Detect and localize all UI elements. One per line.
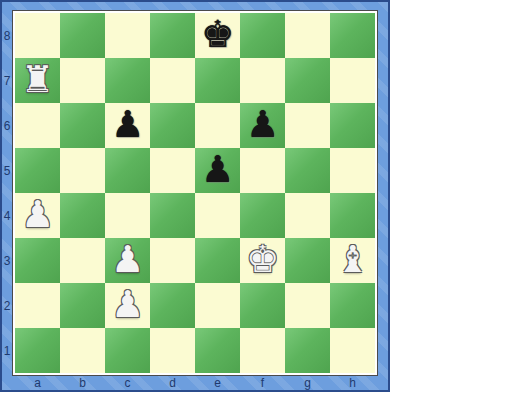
board-frame: ♚♜♟♟♟♟♟♚♝♟	[12, 10, 378, 376]
square-g5[interactable]	[285, 148, 330, 193]
square-h6[interactable]	[330, 103, 375, 148]
square-e7[interactable]	[195, 58, 240, 103]
square-d1[interactable]	[150, 328, 195, 373]
rank-label-6: 6	[2, 103, 12, 148]
square-b5[interactable]	[60, 148, 105, 193]
square-h4[interactable]	[330, 193, 375, 238]
square-c6[interactable]: ♟	[105, 103, 150, 148]
square-a5[interactable]	[15, 148, 60, 193]
square-d4[interactable]	[150, 193, 195, 238]
chess-board-widget: 87654321 ♚♜♟♟♟♟♟♚♝♟ abcdefgh	[0, 0, 390, 392]
square-d5[interactable]	[150, 148, 195, 193]
square-b1[interactable]	[60, 328, 105, 373]
square-h7[interactable]	[330, 58, 375, 103]
square-d6[interactable]	[150, 103, 195, 148]
square-c1[interactable]	[105, 328, 150, 373]
rank-labels: 87654321	[2, 13, 12, 373]
rank-label-4: 4	[2, 193, 12, 238]
square-e5[interactable]: ♟	[195, 148, 240, 193]
square-a7[interactable]: ♜	[15, 58, 60, 103]
file-label-g: g	[285, 376, 330, 390]
rank-label-3: 3	[2, 238, 12, 283]
square-c5[interactable]	[105, 148, 150, 193]
square-c2[interactable]: ♟	[105, 283, 150, 328]
square-c4[interactable]	[105, 193, 150, 238]
square-f2[interactable]	[240, 283, 285, 328]
square-g2[interactable]	[285, 283, 330, 328]
piece-white-pawn[interactable]: ♟	[111, 238, 144, 282]
square-c8[interactable]	[105, 13, 150, 58]
square-d3[interactable]	[150, 238, 195, 283]
square-e6[interactable]	[195, 103, 240, 148]
square-g4[interactable]	[285, 193, 330, 238]
square-f8[interactable]	[240, 13, 285, 58]
rank-label-8: 8	[2, 13, 12, 58]
square-e2[interactable]	[195, 283, 240, 328]
file-label-b: b	[60, 376, 105, 390]
square-b6[interactable]	[60, 103, 105, 148]
square-h3[interactable]: ♝	[330, 238, 375, 283]
square-g8[interactable]	[285, 13, 330, 58]
square-h5[interactable]	[330, 148, 375, 193]
square-b4[interactable]	[60, 193, 105, 238]
piece-white-bishop[interactable]: ♝	[336, 238, 369, 282]
piece-black-pawn[interactable]: ♟	[111, 103, 144, 147]
rank-label-1: 1	[2, 328, 12, 373]
square-b3[interactable]	[60, 238, 105, 283]
piece-white-king[interactable]: ♚	[246, 238, 279, 282]
square-a1[interactable]	[15, 328, 60, 373]
square-a3[interactable]	[15, 238, 60, 283]
file-label-f: f	[240, 376, 285, 390]
piece-black-pawn[interactable]: ♟	[246, 103, 279, 147]
square-h8[interactable]	[330, 13, 375, 58]
square-f1[interactable]	[240, 328, 285, 373]
file-label-d: d	[150, 376, 195, 390]
rank-label-7: 7	[2, 58, 12, 103]
square-f7[interactable]	[240, 58, 285, 103]
square-g1[interactable]	[285, 328, 330, 373]
square-d8[interactable]	[150, 13, 195, 58]
square-a8[interactable]	[15, 13, 60, 58]
square-g6[interactable]	[285, 103, 330, 148]
file-label-c: c	[105, 376, 150, 390]
piece-black-pawn[interactable]: ♟	[201, 148, 234, 192]
square-h2[interactable]	[330, 283, 375, 328]
square-b7[interactable]	[60, 58, 105, 103]
piece-white-pawn[interactable]: ♟	[21, 193, 54, 237]
piece-white-rook[interactable]: ♜	[21, 58, 54, 102]
rank-label-2: 2	[2, 283, 12, 328]
square-b8[interactable]	[60, 13, 105, 58]
square-c3[interactable]: ♟	[105, 238, 150, 283]
square-g7[interactable]	[285, 58, 330, 103]
square-f5[interactable]	[240, 148, 285, 193]
square-f3[interactable]: ♚	[240, 238, 285, 283]
square-e8[interactable]: ♚	[195, 13, 240, 58]
square-f6[interactable]: ♟	[240, 103, 285, 148]
piece-black-king[interactable]: ♚	[201, 13, 234, 57]
square-e4[interactable]	[195, 193, 240, 238]
file-label-h: h	[330, 376, 375, 390]
piece-white-pawn[interactable]: ♟	[111, 283, 144, 327]
square-d7[interactable]	[150, 58, 195, 103]
rank-label-5: 5	[2, 148, 12, 193]
file-labels: abcdefgh	[15, 376, 375, 390]
square-a6[interactable]	[15, 103, 60, 148]
file-label-a: a	[15, 376, 60, 390]
file-label-e: e	[195, 376, 240, 390]
square-a4[interactable]: ♟	[15, 193, 60, 238]
square-h1[interactable]	[330, 328, 375, 373]
square-e3[interactable]	[195, 238, 240, 283]
square-c7[interactable]	[105, 58, 150, 103]
square-f4[interactable]	[240, 193, 285, 238]
board-grid: ♚♜♟♟♟♟♟♚♝♟	[15, 13, 375, 373]
square-g3[interactable]	[285, 238, 330, 283]
square-e1[interactable]	[195, 328, 240, 373]
square-b2[interactable]	[60, 283, 105, 328]
square-a2[interactable]	[15, 283, 60, 328]
square-d2[interactable]	[150, 283, 195, 328]
